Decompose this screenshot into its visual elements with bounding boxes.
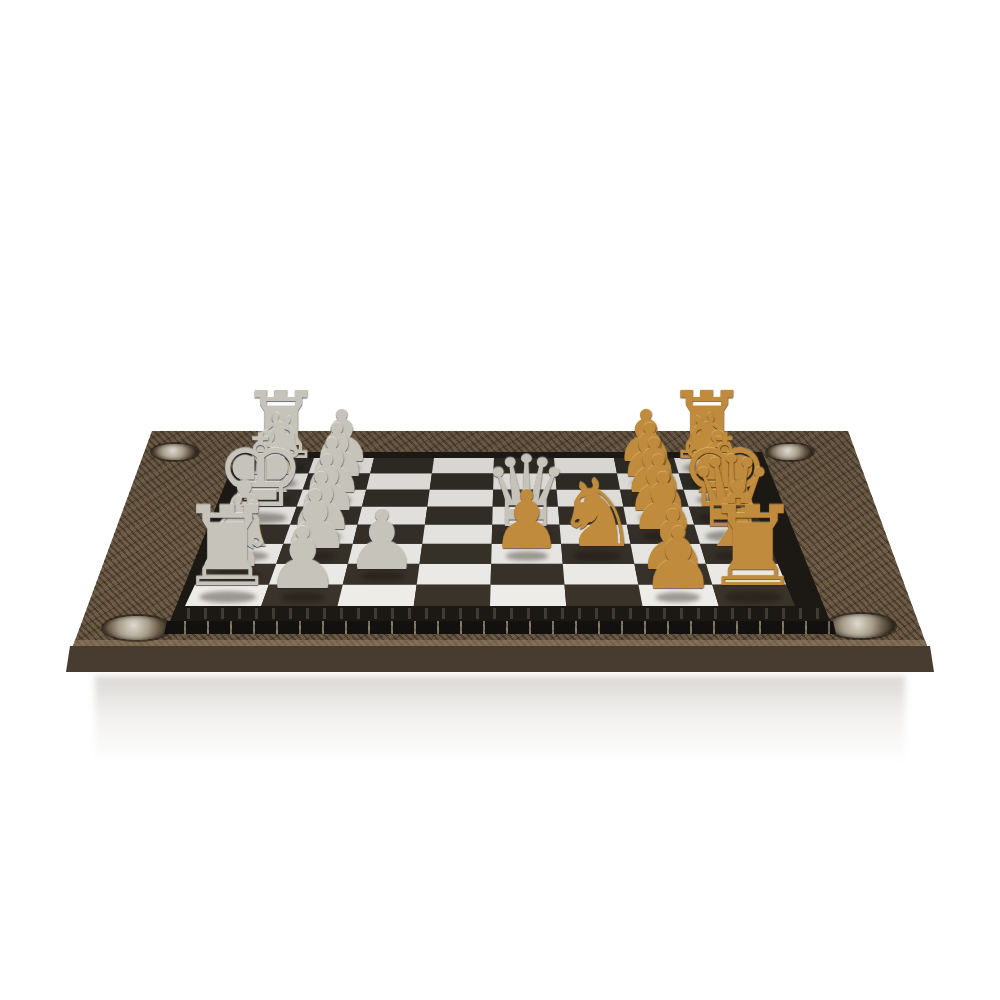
piece-black-pawn: ♟ [491,480,563,561]
piece-white-pawn: ♟ [345,499,419,582]
piece-black-knight: ♞ [555,467,639,561]
piece-black-rook: ♜ [703,492,802,603]
corner-medallion-bronze-back-left [152,444,198,460]
piece-white-rook: ♜ [178,492,277,603]
piece-black-pawn: ♟ [640,517,716,602]
board-reflection [95,676,905,786]
corner-medallion-silver-front-right [827,614,895,638]
product-photo: ♜♟♟♜♞♟♟♞♝♟♟♝♚♟♟♚♛♟♛♟♝♞♟♟♝♟♟♞♜♟♟♜ [0,0,1000,1000]
corner-medallion-silver-front-left [103,616,171,640]
